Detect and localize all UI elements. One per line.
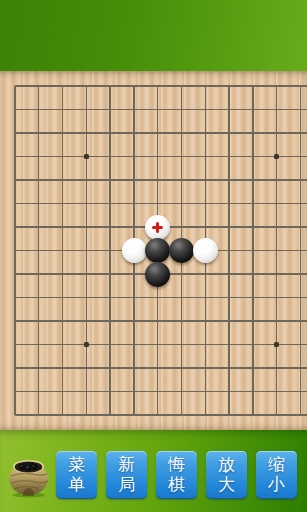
white-stone — [122, 238, 147, 263]
button-label: 悔棋 — [168, 455, 186, 495]
button-label: 菜单 — [68, 455, 86, 495]
zoom-in-button[interactable]: 放大 — [206, 451, 247, 499]
black-stone — [169, 238, 194, 263]
button-label: 新局 — [118, 455, 136, 495]
white-stone — [145, 215, 170, 240]
toolbar-buttons: 菜单新局悔棋放大缩小 — [56, 451, 297, 499]
stone-bowl-icon — [8, 454, 49, 498]
top-bar — [0, 0, 307, 71]
stones-layer — [0, 71, 307, 430]
black-stone — [145, 238, 170, 263]
last-move-marker — [152, 222, 163, 233]
button-label: 放大 — [218, 455, 236, 495]
goban[interactable] — [0, 71, 307, 430]
app-screen: 菜单新局悔棋放大缩小 — [0, 0, 307, 512]
toolbar: 菜单新局悔棋放大缩小 — [0, 430, 307, 512]
new-game-button[interactable]: 新局 — [106, 451, 147, 499]
undo-button[interactable]: 悔棋 — [156, 451, 197, 499]
black-stone — [145, 262, 170, 287]
menu-button[interactable]: 菜单 — [56, 451, 97, 499]
button-label: 缩小 — [268, 455, 286, 495]
white-stone — [193, 238, 218, 263]
zoom-out-button[interactable]: 缩小 — [256, 451, 297, 499]
